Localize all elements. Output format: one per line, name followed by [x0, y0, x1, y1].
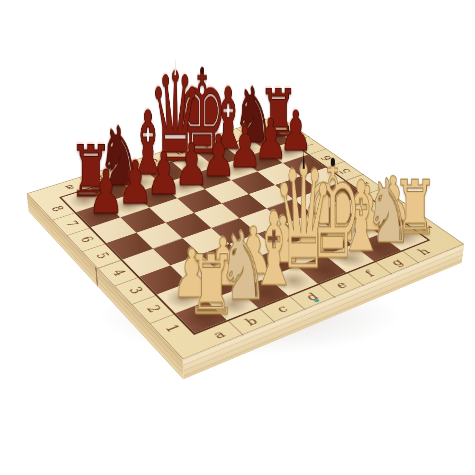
rank-label-text: 5 [93, 251, 112, 261]
file-label-text: h [415, 246, 433, 257]
file-label-text: a [210, 328, 228, 341]
rank-label-text: 6 [77, 235, 96, 244]
rank-label-text: 7 [63, 219, 82, 228]
piece-white-rook[interactable]: ♜ [186, 244, 236, 327]
rank-label-text: 8 [48, 204, 66, 213]
file-label-text: c [273, 303, 290, 315]
white-rook-glyph: ♜ [186, 244, 236, 327]
rank-label-text: 3 [126, 285, 146, 296]
file-label-text: e [332, 279, 350, 291]
piece-black-pawn[interactable]: ♟ [88, 162, 124, 222]
file-label-text: g [388, 257, 406, 268]
rank-label-text: 2 [144, 303, 165, 314]
photo-stage: abcdefgh abcdefgh 87654321 87654321 ♜♞♝♛… [0, 0, 475, 475]
rank-label-text: 1 [162, 323, 183, 335]
rank-label-text: 4 [109, 268, 129, 278]
file-label-text: f [362, 268, 377, 278]
black-pawn-glyph: ♟ [88, 162, 124, 222]
file-label-text: b [242, 315, 261, 328]
